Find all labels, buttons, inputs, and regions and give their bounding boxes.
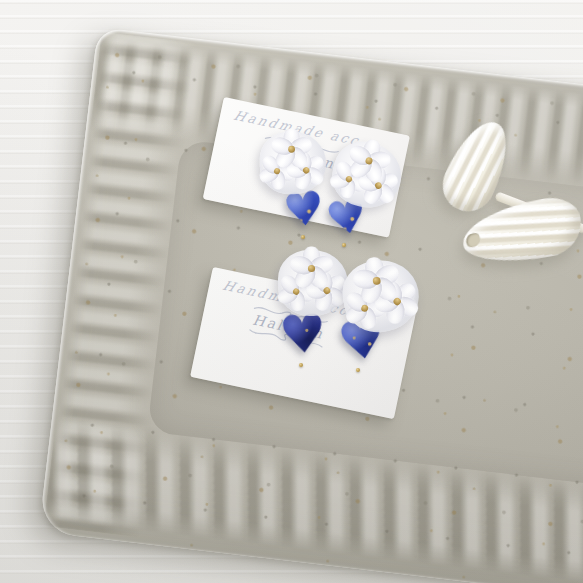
gold-pin: [356, 368, 360, 372]
gold-flower-center: [307, 264, 314, 271]
gold-flower-center: [288, 145, 295, 152]
gold-pin: [299, 363, 303, 367]
gold-pin: [301, 235, 305, 239]
photo-stage: Handmade acc Halcyon Handmade acc Halcyo…: [0, 0, 583, 583]
gold-pin: [342, 243, 346, 247]
gold-flower-center: [372, 276, 381, 285]
